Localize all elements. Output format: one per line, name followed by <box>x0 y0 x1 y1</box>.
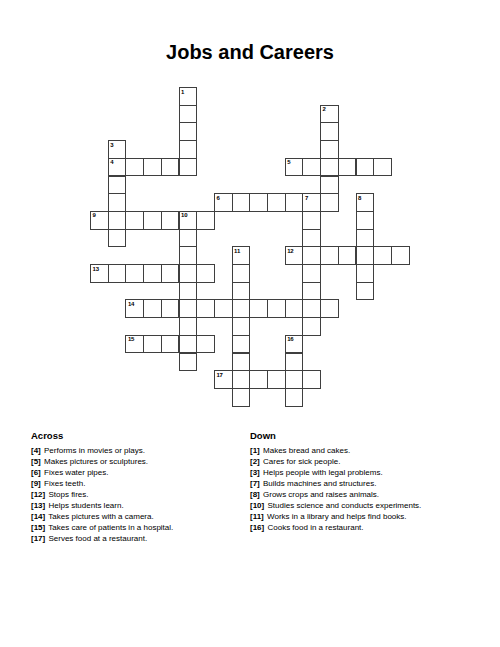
cell-number-5: 5 <box>287 159 290 166</box>
cell-number-3: 3 <box>110 142 113 149</box>
cell-number-8: 8 <box>358 195 361 202</box>
grid-cell-r10c2[interactable] <box>125 264 144 283</box>
grid-cell-r15c8[interactable] <box>232 353 251 372</box>
clue-number-label: [3] <box>250 468 260 477</box>
clue-number-label: [11] <box>250 512 264 521</box>
clue-number-label: [16] <box>250 523 264 532</box>
cell-number-10: 10 <box>181 212 187 219</box>
grid-cell-r12c5[interactable] <box>179 299 198 318</box>
clue-text: Works in a library and helps find books. <box>267 512 406 521</box>
clue-text: Grows crops and raises animals. <box>263 490 379 499</box>
clue-number-label: [10] <box>250 501 264 510</box>
grid-cell-r6c9[interactable] <box>249 193 268 212</box>
grid-cell-r5c1[interactable] <box>108 176 127 195</box>
down-clue-list: [1] Makes bread and cakes.[2] Cares for … <box>250 445 480 534</box>
grid-cell-r16c11[interactable] <box>285 370 304 389</box>
clue-number-label: [9] <box>31 479 41 488</box>
grid-cell-r8c12[interactable] <box>302 229 321 248</box>
grid-cell-r15c11[interactable] <box>285 353 304 372</box>
grid-cell-r12c11[interactable] <box>285 299 304 318</box>
grid-cell-r12c7[interactable] <box>214 299 233 318</box>
across-clue-9: [9] Fixes teeth. <box>31 478 241 489</box>
grid-cell-r16c10[interactable] <box>267 370 286 389</box>
grid-cell-r3c5[interactable] <box>179 140 198 159</box>
grid-cell-r12c13[interactable] <box>320 299 339 318</box>
across-clues-section: Across [4] Performs in movies or plays.[… <box>31 430 241 544</box>
grid-cell-r16c12[interactable] <box>302 370 321 389</box>
clue-text: Cooks food in a restaurant. <box>267 523 363 532</box>
clue-number-label: [4] <box>31 446 41 455</box>
grid-cell-r8c15[interactable] <box>356 229 375 248</box>
grid-cell-r6c7[interactable]: 6 <box>214 193 233 212</box>
grid-cell-r12c3[interactable] <box>143 299 162 318</box>
grid-cell-r11c12[interactable] <box>302 282 321 301</box>
grid-cell-r14c3[interactable] <box>143 335 162 354</box>
clue-number-label: [6] <box>31 468 41 477</box>
grid-cell-r8c1[interactable] <box>108 229 127 248</box>
grid-cell-r14c6[interactable] <box>196 335 215 354</box>
grid-cell-r14c8[interactable] <box>232 335 251 354</box>
down-clue-16: [16] Cooks food in a restaurant. <box>250 522 480 533</box>
clue-text: Stops fires. <box>48 490 88 499</box>
clue-text: Fixes water pipes. <box>44 468 108 477</box>
grid-cell-r2c13[interactable] <box>320 122 339 141</box>
grid-cell-r16c8[interactable] <box>232 370 251 389</box>
grid-cell-r7c12[interactable] <box>302 211 321 230</box>
grid-cell-r7c2[interactable] <box>125 211 144 230</box>
cell-number-7: 7 <box>305 195 308 202</box>
across-clue-15: [15] Takes care of patients in a hospita… <box>31 522 241 533</box>
cell-number-17: 17 <box>216 372 222 379</box>
grid-cell-r4c11[interactable]: 5 <box>285 158 304 177</box>
grid-cell-r12c10[interactable] <box>267 299 286 318</box>
grid-cell-r7c3[interactable] <box>143 211 162 230</box>
grid-cell-r16c7[interactable]: 17 <box>214 370 233 389</box>
grid-cell-r11c8[interactable] <box>232 282 251 301</box>
across-clue-4: [4] Performs in movies or plays. <box>31 445 241 456</box>
grid-cell-r10c0[interactable]: 13 <box>90 264 109 283</box>
grid-cell-r4c16[interactable] <box>373 158 392 177</box>
cell-number-11: 11 <box>234 248 240 255</box>
clue-number-label: [14] <box>31 512 45 521</box>
across-clue-17: [17] Serves food at a restaurant. <box>31 533 241 544</box>
grid-cell-r14c5[interactable] <box>179 335 198 354</box>
clue-number-label: [12] <box>31 490 45 499</box>
grid-cell-r15c5[interactable] <box>179 353 198 372</box>
clue-text: Builds machines and structures. <box>263 479 376 488</box>
cell-number-13: 13 <box>93 266 99 273</box>
grid-cell-r6c11[interactable] <box>285 193 304 212</box>
across-clue-13: [13] Helps students learn. <box>31 500 241 511</box>
grid-cell-r17c8[interactable] <box>232 388 251 407</box>
grid-cell-r3c1[interactable]: 3 <box>108 140 127 159</box>
grid-cell-r10c4[interactable] <box>161 264 180 283</box>
grid-cell-r9c12[interactable] <box>302 246 321 265</box>
crossword-grid: 1234567891011121314151617 <box>90 87 410 407</box>
clue-number-label: [17] <box>31 534 45 543</box>
clue-number-label: [8] <box>250 490 260 499</box>
cell-number-6: 6 <box>216 195 219 202</box>
clue-text: Serves food at a restaurant. <box>48 534 147 543</box>
across-clue-5: [5] Makes pictures or sculptures. <box>31 456 241 467</box>
down-clue-8: [8] Grows crops and raises animals. <box>250 489 480 500</box>
grid-cell-r7c6[interactable] <box>196 211 215 230</box>
grid-cell-r5c13[interactable] <box>320 176 339 195</box>
grid-cell-r9c11[interactable]: 12 <box>285 246 304 265</box>
grid-cell-r12c8[interactable] <box>232 299 251 318</box>
grid-cell-r1c5[interactable] <box>179 105 198 124</box>
cell-number-12: 12 <box>287 248 293 255</box>
grid-cell-r6c1[interactable] <box>108 193 127 212</box>
clue-text: Helps students learn. <box>48 501 123 510</box>
clue-number-label: [13] <box>31 501 45 510</box>
across-clue-12: [12] Stops fires. <box>31 489 241 500</box>
grid-cell-r3c13[interactable] <box>320 140 339 159</box>
clue-number-label: [5] <box>31 457 41 466</box>
down-clue-10: [10] Studies science and conducts experi… <box>250 500 480 511</box>
grid-cell-r4c5[interactable] <box>179 158 198 177</box>
across-clue-14: [14] Takes pictures with a camera. <box>31 511 241 522</box>
clue-number-label: [7] <box>250 479 260 488</box>
grid-cell-r12c2[interactable]: 14 <box>125 299 144 318</box>
grid-cell-r16c9[interactable] <box>249 370 268 389</box>
clue-number-label: [1] <box>250 446 260 455</box>
clue-text: Makes bread and cakes. <box>263 446 350 455</box>
down-header: Down <box>250 430 480 442</box>
grid-cell-r13c8[interactable] <box>232 317 251 336</box>
grid-cell-r9c14[interactable] <box>338 246 357 265</box>
grid-cell-r17c11[interactable] <box>285 388 304 407</box>
clue-text: Performs in movies or plays. <box>44 446 145 455</box>
grid-cell-r6c8[interactable] <box>232 193 251 212</box>
across-header: Across <box>31 430 241 442</box>
grid-cell-r9c16[interactable] <box>373 246 392 265</box>
grid-cell-r9c17[interactable] <box>391 246 410 265</box>
grid-cell-r6c13[interactable] <box>320 193 339 212</box>
grid-cell-r10c8[interactable] <box>232 264 251 283</box>
grid-cell-r12c6[interactable] <box>196 299 215 318</box>
grid-cell-r10c5[interactable] <box>179 264 198 283</box>
clue-text: Helps people with legal problems. <box>263 468 383 477</box>
grid-cell-r14c2[interactable]: 15 <box>125 335 144 354</box>
grid-cell-r6c12[interactable]: 7 <box>302 193 321 212</box>
cell-number-1: 1 <box>181 89 184 96</box>
grid-cell-r13c5[interactable] <box>179 317 198 336</box>
grid-cell-r7c0[interactable]: 9 <box>90 211 109 230</box>
across-clue-list: [4] Performs in movies or plays.[5] Make… <box>31 445 241 545</box>
grid-cell-r12c4[interactable] <box>161 299 180 318</box>
grid-cell-r4c3[interactable] <box>143 158 162 177</box>
grid-cell-r9c13[interactable] <box>320 246 339 265</box>
grid-cell-r7c1[interactable] <box>108 211 127 230</box>
grid-cell-r10c3[interactable] <box>143 264 162 283</box>
down-clue-1: [1] Makes bread and cakes. <box>250 445 480 456</box>
grid-cell-r11c5[interactable] <box>179 282 198 301</box>
grid-cell-r4c12[interactable] <box>302 158 321 177</box>
down-clue-3: [3] Helps people with legal problems. <box>250 467 480 478</box>
down-clue-2: [2] Cares for sick people. <box>250 456 480 467</box>
cell-number-9: 9 <box>93 212 96 219</box>
grid-cell-r12c9[interactable] <box>249 299 268 318</box>
grid-cell-r4c14[interactable] <box>338 158 357 177</box>
cell-number-2: 2 <box>323 106 326 113</box>
grid-cell-r13c12[interactable] <box>302 317 321 336</box>
grid-cell-r12c12[interactable] <box>302 299 321 318</box>
grid-cell-r10c6[interactable] <box>196 264 215 283</box>
cell-number-16: 16 <box>287 336 293 343</box>
cell-number-14: 14 <box>128 301 134 308</box>
clue-text: Studies science and conducts experiments… <box>267 501 421 510</box>
clue-text: Fixes teeth. <box>44 479 85 488</box>
down-clue-7: [7] Builds machines and structures. <box>250 478 480 489</box>
clue-text: Takes care of patients in a hospital. <box>48 523 173 532</box>
grid-cell-r9c5[interactable] <box>179 246 198 265</box>
grid-cell-r9c8[interactable]: 11 <box>232 246 251 265</box>
grid-cell-r4c15[interactable] <box>356 158 375 177</box>
grid-cell-r7c15[interactable] <box>356 211 375 230</box>
grid-cell-r6c10[interactable] <box>267 193 286 212</box>
grid-cell-r9c15[interactable] <box>356 246 375 265</box>
clue-text: Takes pictures with a camera. <box>48 512 153 521</box>
clue-number-label: [2] <box>250 457 260 466</box>
grid-cell-r7c4[interactable] <box>161 211 180 230</box>
grid-cell-r14c11[interactable]: 16 <box>285 335 304 354</box>
down-clue-11: [11] Works in a library and helps find b… <box>250 511 480 522</box>
grid-cell-r1c13[interactable]: 2 <box>320 105 339 124</box>
across-clue-6: [6] Fixes water pipes. <box>31 467 241 478</box>
grid-cell-r10c15[interactable] <box>356 264 375 283</box>
grid-cell-r8c5[interactable] <box>179 229 198 248</box>
grid-cell-r10c12[interactable] <box>302 264 321 283</box>
puzzle-title: Jobs and Careers <box>0 40 500 64</box>
clue-text: Cares for sick people. <box>263 457 340 466</box>
grid-cell-r6c15[interactable]: 8 <box>356 193 375 212</box>
grid-cell-r11c15[interactable] <box>356 282 375 301</box>
grid-cell-r7c5[interactable]: 10 <box>179 211 198 230</box>
down-clues-section: Down [1] Makes bread and cakes.[2] Cares… <box>250 430 480 533</box>
clue-text: Makes pictures or sculptures. <box>44 457 148 466</box>
grid-cell-r4c2[interactable] <box>125 158 144 177</box>
grid-cell-r0c5[interactable]: 1 <box>179 87 198 106</box>
grid-cell-r14c4[interactable] <box>161 335 180 354</box>
cell-number-15: 15 <box>128 336 134 343</box>
grid-cell-r10c1[interactable] <box>108 264 127 283</box>
crossword-worksheet: Jobs and Careers 12345678910111213141516… <box>0 0 500 647</box>
cell-number-4: 4 <box>110 159 113 166</box>
grid-cell-r4c1[interactable]: 4 <box>108 158 127 177</box>
grid-cell-r2c5[interactable] <box>179 122 198 141</box>
grid-cell-r4c13[interactable] <box>320 158 339 177</box>
grid-cell-r4c4[interactable] <box>161 158 180 177</box>
clue-number-label: [15] <box>31 523 45 532</box>
